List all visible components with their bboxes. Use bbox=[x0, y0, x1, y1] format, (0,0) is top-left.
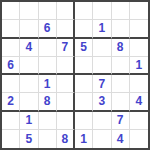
cell-r4c1[interactable]: 6 bbox=[2, 57, 20, 75]
cell-r2c6[interactable]: 1 bbox=[93, 20, 111, 38]
given-digit: 1 bbox=[44, 78, 51, 90]
cell-r1c8[interactable] bbox=[130, 2, 148, 20]
cell-r4c4[interactable] bbox=[57, 57, 75, 75]
cell-r5c1[interactable] bbox=[2, 75, 20, 93]
cell-r8c7[interactable]: 4 bbox=[112, 130, 130, 148]
cell-r8c3[interactable] bbox=[39, 130, 57, 148]
given-digit: 2 bbox=[7, 95, 14, 107]
cell-r8c4[interactable]: 8 bbox=[57, 130, 75, 148]
cell-r5c4[interactable] bbox=[57, 75, 75, 93]
cell-r8c1[interactable] bbox=[2, 130, 20, 148]
given-digit: 6 bbox=[7, 59, 14, 71]
cell-r2c1[interactable] bbox=[2, 20, 20, 38]
cell-r3c7[interactable]: 8 bbox=[112, 39, 130, 57]
cell-r8c5[interactable]: 1 bbox=[75, 130, 93, 148]
cell-r5c5[interactable] bbox=[75, 75, 93, 93]
cell-r7c7[interactable]: 7 bbox=[112, 112, 130, 130]
cell-r8c8[interactable] bbox=[130, 130, 148, 148]
given-digit: 5 bbox=[26, 133, 33, 145]
given-digit: 4 bbox=[136, 95, 143, 107]
cell-r4c5[interactable] bbox=[75, 57, 93, 75]
cell-r6c1[interactable]: 2 bbox=[2, 93, 20, 111]
cell-r8c6[interactable] bbox=[93, 130, 111, 148]
cell-r1c4[interactable] bbox=[57, 2, 75, 20]
cell-r6c4[interactable] bbox=[57, 93, 75, 111]
cell-r3c4[interactable]: 7 bbox=[57, 39, 75, 57]
cell-r1c7[interactable] bbox=[112, 2, 130, 20]
cell-r2c5[interactable] bbox=[75, 20, 93, 38]
cell-r4c3[interactable] bbox=[39, 57, 57, 75]
cell-r5c7[interactable] bbox=[112, 75, 130, 93]
cell-r6c3[interactable]: 8 bbox=[39, 93, 57, 111]
cell-r1c1[interactable] bbox=[2, 2, 20, 20]
given-digit: 3 bbox=[99, 95, 106, 107]
cell-r2c8[interactable] bbox=[130, 20, 148, 38]
cell-r7c4[interactable] bbox=[57, 112, 75, 130]
cell-r6c7[interactable] bbox=[112, 93, 130, 111]
given-digit: 8 bbox=[117, 41, 124, 53]
cell-r7c3[interactable] bbox=[39, 112, 57, 130]
cell-r6c5[interactable] bbox=[75, 93, 93, 111]
cell-r6c6[interactable]: 3 bbox=[93, 93, 111, 111]
cell-r3c5[interactable]: 5 bbox=[75, 39, 93, 57]
given-digit: 4 bbox=[117, 133, 124, 145]
cell-r2c4[interactable] bbox=[57, 20, 75, 38]
cell-r4c8[interactable]: 1 bbox=[130, 57, 148, 75]
cell-r3c8[interactable] bbox=[130, 39, 148, 57]
cell-r7c2[interactable]: 1 bbox=[20, 112, 38, 130]
cell-r5c3[interactable]: 1 bbox=[39, 75, 57, 93]
cell-r1c2[interactable] bbox=[20, 2, 38, 20]
given-digit: 7 bbox=[99, 78, 106, 90]
cell-r4c7[interactable] bbox=[112, 57, 130, 75]
given-digit: 7 bbox=[117, 114, 124, 126]
cell-r3c6[interactable] bbox=[93, 39, 111, 57]
given-digit: 1 bbox=[80, 133, 87, 145]
sudoku-board: 61475861172834175814 bbox=[0, 0, 150, 150]
cell-r1c5[interactable] bbox=[75, 2, 93, 20]
cell-r4c6[interactable] bbox=[93, 57, 111, 75]
cell-r1c3[interactable] bbox=[39, 2, 57, 20]
cell-r6c8[interactable]: 4 bbox=[130, 93, 148, 111]
given-digit: 1 bbox=[99, 22, 106, 34]
cell-r2c2[interactable] bbox=[20, 20, 38, 38]
cell-r5c2[interactable] bbox=[20, 75, 38, 93]
cell-r3c3[interactable] bbox=[39, 39, 57, 57]
cell-r3c2[interactable]: 4 bbox=[20, 39, 38, 57]
given-digit: 7 bbox=[62, 41, 69, 53]
cell-r6c2[interactable] bbox=[20, 93, 38, 111]
cell-r2c3[interactable]: 6 bbox=[39, 20, 57, 38]
given-digit: 1 bbox=[26, 114, 33, 126]
cell-r7c8[interactable] bbox=[130, 112, 148, 130]
cell-r3c1[interactable] bbox=[2, 39, 20, 57]
cell-r8c2[interactable]: 5 bbox=[20, 130, 38, 148]
cell-r2c7[interactable] bbox=[112, 20, 130, 38]
given-digit: 5 bbox=[80, 41, 87, 53]
given-digit: 8 bbox=[62, 133, 69, 145]
cell-r7c1[interactable] bbox=[2, 112, 20, 130]
cell-r1c6[interactable] bbox=[93, 2, 111, 20]
given-digit: 8 bbox=[44, 95, 51, 107]
cell-r7c6[interactable] bbox=[93, 112, 111, 130]
cell-r5c6[interactable]: 7 bbox=[93, 75, 111, 93]
cell-r5c8[interactable] bbox=[130, 75, 148, 93]
given-digit: 4 bbox=[26, 41, 33, 53]
given-digit: 6 bbox=[44, 22, 51, 34]
cell-r7c5[interactable] bbox=[75, 112, 93, 130]
given-digit: 1 bbox=[136, 59, 143, 71]
cell-r4c2[interactable] bbox=[20, 57, 38, 75]
